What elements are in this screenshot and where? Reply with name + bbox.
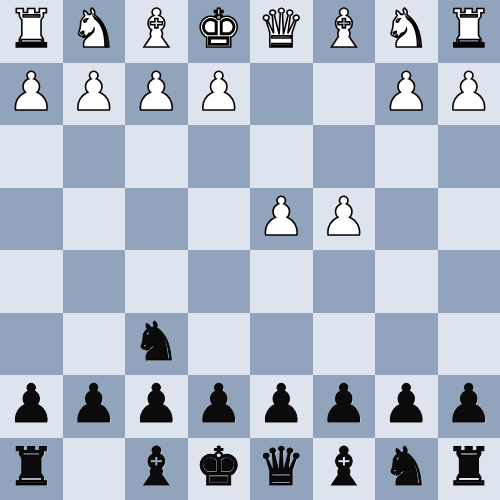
square-g5[interactable] bbox=[63, 250, 126, 313]
square-g7[interactable]: ♟ bbox=[63, 375, 126, 438]
piece-black-rook[interactable]: ♜ bbox=[445, 436, 493, 499]
square-a1[interactable]: ♜ bbox=[438, 0, 500, 63]
square-c7[interactable]: ♟ bbox=[313, 375, 376, 438]
square-e2[interactable]: ♟ bbox=[188, 63, 251, 126]
square-d3[interactable] bbox=[250, 125, 313, 188]
piece-white-bishop[interactable]: ♝ bbox=[320, 0, 368, 61]
square-f5[interactable] bbox=[125, 250, 188, 313]
square-b6[interactable] bbox=[375, 313, 438, 376]
piece-black-knight[interactable]: ♞ bbox=[382, 436, 430, 499]
square-c5[interactable] bbox=[313, 250, 376, 313]
square-g6[interactable] bbox=[63, 313, 126, 376]
piece-black-rook[interactable]: ♜ bbox=[7, 436, 55, 499]
square-h5[interactable] bbox=[0, 250, 63, 313]
piece-black-pawn[interactable]: ♟ bbox=[132, 373, 180, 436]
square-h6[interactable] bbox=[0, 313, 63, 376]
square-a7[interactable]: ♟ bbox=[438, 375, 500, 438]
piece-white-queen[interactable]: ♛ bbox=[257, 0, 305, 61]
piece-black-bishop[interactable]: ♝ bbox=[132, 436, 180, 499]
square-d2[interactable] bbox=[250, 63, 313, 126]
square-b5[interactable] bbox=[375, 250, 438, 313]
square-a3[interactable] bbox=[438, 125, 500, 188]
square-h1[interactable]: ♜ bbox=[0, 0, 63, 63]
piece-black-pawn[interactable]: ♟ bbox=[257, 373, 305, 436]
piece-black-pawn[interactable]: ♟ bbox=[195, 373, 243, 436]
piece-black-pawn[interactable]: ♟ bbox=[445, 373, 493, 436]
square-f2[interactable]: ♟ bbox=[125, 63, 188, 126]
square-a6[interactable] bbox=[438, 313, 500, 376]
piece-black-queen[interactable]: ♛ bbox=[257, 436, 305, 499]
piece-white-pawn[interactable]: ♟ bbox=[132, 61, 180, 124]
square-c1[interactable]: ♝ bbox=[313, 0, 376, 63]
square-h2[interactable]: ♟ bbox=[0, 63, 63, 126]
piece-white-pawn[interactable]: ♟ bbox=[382, 61, 430, 124]
square-d6[interactable] bbox=[250, 313, 313, 376]
square-e4[interactable] bbox=[188, 188, 251, 251]
square-e8[interactable]: ♚ bbox=[188, 438, 251, 500]
square-b1[interactable]: ♞ bbox=[375, 0, 438, 63]
piece-white-rook[interactable]: ♜ bbox=[7, 0, 55, 61]
square-d1[interactable]: ♛ bbox=[250, 0, 313, 63]
square-b2[interactable]: ♟ bbox=[375, 63, 438, 126]
piece-white-knight[interactable]: ♞ bbox=[382, 0, 430, 61]
square-d7[interactable]: ♟ bbox=[250, 375, 313, 438]
square-h7[interactable]: ♟ bbox=[0, 375, 63, 438]
piece-black-pawn[interactable]: ♟ bbox=[382, 373, 430, 436]
square-f7[interactable]: ♟ bbox=[125, 375, 188, 438]
chess-board: ♜♞♝♚♛♝♞♜♟♟♟♟♟♟♟♟♞♟♟♟♟♟♟♟♟♜♝♚♛♝♞♜ bbox=[0, 0, 500, 500]
piece-white-pawn[interactable]: ♟ bbox=[70, 61, 118, 124]
square-d8[interactable]: ♛ bbox=[250, 438, 313, 500]
square-e3[interactable] bbox=[188, 125, 251, 188]
piece-black-pawn[interactable]: ♟ bbox=[320, 373, 368, 436]
square-c3[interactable] bbox=[313, 125, 376, 188]
square-g3[interactable] bbox=[63, 125, 126, 188]
square-f4[interactable] bbox=[125, 188, 188, 251]
square-a2[interactable]: ♟ bbox=[438, 63, 500, 126]
piece-black-knight[interactable]: ♞ bbox=[132, 311, 180, 374]
piece-black-pawn[interactable]: ♟ bbox=[70, 373, 118, 436]
square-a8[interactable]: ♜ bbox=[438, 438, 500, 500]
square-g8[interactable] bbox=[63, 438, 126, 500]
square-f8[interactable]: ♝ bbox=[125, 438, 188, 500]
piece-white-pawn[interactable]: ♟ bbox=[320, 186, 368, 249]
square-h4[interactable] bbox=[0, 188, 63, 251]
square-g2[interactable]: ♟ bbox=[63, 63, 126, 126]
square-a5[interactable] bbox=[438, 250, 500, 313]
square-d5[interactable] bbox=[250, 250, 313, 313]
square-f6[interactable]: ♞ bbox=[125, 313, 188, 376]
piece-white-bishop[interactable]: ♝ bbox=[132, 0, 180, 61]
square-h8[interactable]: ♜ bbox=[0, 438, 63, 500]
piece-black-king[interactable]: ♚ bbox=[195, 436, 243, 499]
square-e1[interactable]: ♚ bbox=[188, 0, 251, 63]
piece-white-knight[interactable]: ♞ bbox=[70, 0, 118, 61]
square-f1[interactable]: ♝ bbox=[125, 0, 188, 63]
square-b4[interactable] bbox=[375, 188, 438, 251]
square-e7[interactable]: ♟ bbox=[188, 375, 251, 438]
square-e6[interactable] bbox=[188, 313, 251, 376]
square-c6[interactable] bbox=[313, 313, 376, 376]
square-c4[interactable]: ♟ bbox=[313, 188, 376, 251]
square-g4[interactable] bbox=[63, 188, 126, 251]
square-c2[interactable] bbox=[313, 63, 376, 126]
square-f3[interactable] bbox=[125, 125, 188, 188]
square-e5[interactable] bbox=[188, 250, 251, 313]
square-c8[interactable]: ♝ bbox=[313, 438, 376, 500]
piece-black-bishop[interactable]: ♝ bbox=[320, 436, 368, 499]
piece-white-pawn[interactable]: ♟ bbox=[7, 61, 55, 124]
piece-white-rook[interactable]: ♜ bbox=[445, 0, 493, 61]
piece-white-pawn[interactable]: ♟ bbox=[257, 186, 305, 249]
square-d4[interactable]: ♟ bbox=[250, 188, 313, 251]
chess-board-wrap: ♜♞♝♚♛♝♞♜♟♟♟♟♟♟♟♟♞♟♟♟♟♟♟♟♟♜♝♚♛♝♞♜ bbox=[0, 0, 500, 500]
square-b8[interactable]: ♞ bbox=[375, 438, 438, 500]
piece-black-pawn[interactable]: ♟ bbox=[7, 373, 55, 436]
piece-white-pawn[interactable]: ♟ bbox=[195, 61, 243, 124]
square-g1[interactable]: ♞ bbox=[63, 0, 126, 63]
square-a4[interactable] bbox=[438, 188, 500, 251]
square-b3[interactable] bbox=[375, 125, 438, 188]
piece-white-pawn[interactable]: ♟ bbox=[445, 61, 493, 124]
piece-white-king[interactable]: ♚ bbox=[195, 0, 243, 61]
square-b7[interactable]: ♟ bbox=[375, 375, 438, 438]
square-h3[interactable] bbox=[0, 125, 63, 188]
